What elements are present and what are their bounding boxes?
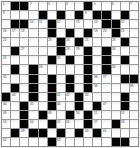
- black-cell: [11, 20, 19, 28]
- clue-number: 47: [103, 102, 106, 105]
- white-cell[interactable]: [11, 111, 19, 119]
- white-cell[interactable]: [130, 65, 138, 73]
- white-cell[interactable]: 55: [57, 120, 65, 128]
- clue-number: 24: [66, 38, 69, 41]
- white-cell[interactable]: 32: [57, 56, 65, 64]
- white-cell[interactable]: 3: [48, 2, 56, 10]
- white-cell[interactable]: 54: [29, 120, 37, 128]
- white-cell[interactable]: 4: [66, 2, 74, 10]
- black-cell: [29, 93, 37, 101]
- white-cell[interactable]: [112, 75, 120, 83]
- white-cell[interactable]: [20, 75, 28, 83]
- white-cell[interactable]: 19: [93, 29, 101, 37]
- white-cell[interactable]: 57: [93, 120, 101, 128]
- black-cell: [57, 38, 65, 46]
- white-cell[interactable]: [112, 102, 120, 110]
- black-cell: [20, 102, 28, 110]
- black-cell: [102, 47, 110, 55]
- white-cell[interactable]: 43: [84, 93, 92, 101]
- white-cell[interactable]: 17: [11, 29, 19, 37]
- clue-number: 37: [103, 75, 106, 78]
- white-cell[interactable]: [57, 111, 65, 119]
- white-cell[interactable]: [29, 47, 37, 55]
- white-cell[interactable]: 22: [2, 38, 10, 46]
- white-cell[interactable]: 58: [121, 120, 129, 128]
- black-cell: [11, 2, 19, 10]
- white-cell[interactable]: [102, 2, 110, 10]
- black-cell: [20, 120, 28, 128]
- white-cell[interactable]: [20, 11, 28, 19]
- white-cell[interactable]: 59: [20, 129, 28, 137]
- black-cell: [57, 47, 65, 55]
- white-cell[interactable]: 12: [57, 20, 65, 28]
- white-cell[interactable]: [130, 102, 138, 110]
- black-cell: [29, 129, 37, 137]
- black-cell: [2, 93, 10, 101]
- white-cell[interactable]: [130, 29, 138, 37]
- white-cell[interactable]: [121, 129, 129, 137]
- white-cell[interactable]: [20, 93, 28, 101]
- black-cell: [102, 65, 110, 73]
- clue-number: 49: [48, 111, 51, 114]
- white-cell[interactable]: [57, 65, 65, 73]
- black-cell: [84, 29, 92, 37]
- white-cell[interactable]: 63: [57, 138, 65, 146]
- white-cell[interactable]: 36: [93, 75, 101, 83]
- white-cell[interactable]: 9: [84, 11, 92, 19]
- white-cell[interactable]: [130, 111, 138, 119]
- white-cell[interactable]: 10: [29, 20, 37, 28]
- black-cell: [11, 65, 19, 73]
- white-cell[interactable]: [75, 120, 83, 128]
- white-cell[interactable]: 37: [102, 75, 110, 83]
- white-cell[interactable]: [130, 138, 138, 146]
- white-cell[interactable]: [11, 38, 19, 46]
- white-cell[interactable]: [84, 102, 92, 110]
- white-cell[interactable]: [20, 56, 28, 64]
- clue-number: 30: [112, 47, 115, 50]
- clue-number: 19: [94, 29, 97, 32]
- black-cell: [39, 111, 47, 119]
- clue-number: 1: [3, 2, 5, 5]
- white-cell[interactable]: [112, 129, 120, 137]
- white-cell[interactable]: [121, 84, 129, 92]
- black-cell: [75, 102, 83, 110]
- white-cell[interactable]: 53: [2, 120, 10, 128]
- white-cell[interactable]: [29, 111, 37, 119]
- white-cell[interactable]: [57, 29, 65, 37]
- black-cell: [39, 11, 47, 19]
- black-cell: [121, 102, 129, 110]
- white-cell[interactable]: [66, 11, 74, 19]
- white-cell[interactable]: [57, 75, 65, 83]
- black-cell: [93, 129, 101, 137]
- white-cell[interactable]: [102, 84, 110, 92]
- white-cell[interactable]: [39, 29, 47, 37]
- white-cell[interactable]: [130, 120, 138, 128]
- clue-number: 18: [21, 29, 24, 32]
- clue-number: 38: [94, 84, 97, 87]
- white-cell[interactable]: 44: [2, 102, 10, 110]
- clue-number: 54: [30, 120, 33, 123]
- black-cell: [84, 84, 92, 92]
- clue-number: 45: [30, 102, 33, 105]
- black-cell: [29, 75, 37, 83]
- black-cell: [66, 75, 74, 83]
- white-cell[interactable]: [130, 93, 138, 101]
- clue-number: 26: [112, 38, 115, 41]
- clue-number: 10: [30, 20, 33, 23]
- black-cell: [20, 20, 28, 28]
- clue-number: 7: [130, 2, 132, 5]
- white-cell[interactable]: 2: [29, 2, 37, 10]
- white-cell[interactable]: [39, 47, 47, 55]
- clue-number: 6: [112, 2, 114, 5]
- white-cell[interactable]: 51: [93, 111, 101, 119]
- white-cell[interactable]: [39, 138, 47, 146]
- white-cell[interactable]: 27: [20, 47, 28, 55]
- white-cell[interactable]: [93, 38, 101, 46]
- white-cell[interactable]: [48, 47, 56, 55]
- black-cell: [29, 65, 37, 73]
- white-cell[interactable]: [11, 102, 19, 110]
- white-cell[interactable]: 21: [121, 29, 129, 37]
- black-cell: [48, 84, 56, 92]
- black-cell: [84, 75, 92, 83]
- white-cell[interactable]: 45: [29, 102, 37, 110]
- black-cell: [57, 129, 65, 137]
- white-cell[interactable]: 49: [48, 111, 56, 119]
- black-cell: [48, 102, 56, 110]
- clue-number: 50: [76, 111, 79, 114]
- white-cell[interactable]: 11: [39, 20, 47, 28]
- black-cell: [11, 84, 19, 92]
- white-cell[interactable]: 13: [75, 20, 83, 28]
- white-cell[interactable]: 25: [84, 38, 92, 46]
- white-cell[interactable]: [29, 29, 37, 37]
- white-cell[interactable]: 23: [48, 38, 56, 46]
- clue-number: 62: [3, 138, 6, 141]
- clue-number: 63: [57, 138, 60, 141]
- clue-number: 36: [94, 75, 97, 78]
- white-cell[interactable]: [84, 138, 92, 146]
- white-cell[interactable]: 47: [102, 102, 110, 110]
- black-cell: [112, 20, 120, 28]
- white-cell[interactable]: [75, 75, 83, 83]
- black-cell: [102, 20, 110, 28]
- white-cell[interactable]: [112, 93, 120, 101]
- black-cell: [75, 38, 83, 46]
- white-cell[interactable]: 30: [112, 47, 120, 55]
- white-cell[interactable]: [93, 93, 101, 101]
- black-cell: [121, 11, 129, 19]
- white-cell[interactable]: [102, 120, 110, 128]
- clue-number: 2: [30, 2, 32, 5]
- black-cell: [48, 120, 56, 128]
- clue-number: 22: [3, 38, 6, 41]
- white-cell[interactable]: [39, 120, 47, 128]
- white-cell[interactable]: [11, 56, 19, 64]
- white-cell[interactable]: 38: [93, 84, 101, 92]
- white-cell[interactable]: [39, 56, 47, 64]
- white-cell[interactable]: [48, 129, 56, 137]
- white-cell[interactable]: 7: [130, 2, 138, 10]
- white-cell[interactable]: [75, 56, 83, 64]
- black-cell: [93, 11, 101, 19]
- white-cell[interactable]: [130, 11, 138, 19]
- white-cell[interactable]: [66, 102, 74, 110]
- white-cell[interactable]: [93, 138, 101, 146]
- white-cell[interactable]: 42: [66, 93, 74, 101]
- clue-number: 14: [94, 20, 97, 23]
- white-cell[interactable]: 24: [66, 38, 74, 46]
- white-cell[interactable]: [2, 84, 10, 92]
- white-cell[interactable]: [75, 2, 83, 10]
- black-cell: [66, 111, 74, 119]
- black-cell: [11, 47, 19, 55]
- clue-number: 55: [57, 120, 60, 123]
- crossword-grid: 1234567891011121314151617181920212223242…: [1, 1, 139, 147]
- white-cell[interactable]: [57, 2, 65, 10]
- clue-number: 56: [66, 120, 69, 123]
- clue-number: 20: [103, 29, 106, 32]
- clue-number: 48: [3, 111, 6, 114]
- white-cell[interactable]: [102, 93, 110, 101]
- white-cell[interactable]: [93, 47, 101, 55]
- white-cell[interactable]: [66, 20, 74, 28]
- white-cell[interactable]: 28: [66, 47, 74, 55]
- clue-number: 35: [3, 75, 6, 78]
- white-cell[interactable]: [130, 38, 138, 46]
- clue-number: 46: [57, 102, 60, 105]
- white-cell[interactable]: 5: [93, 2, 101, 10]
- white-cell[interactable]: [20, 38, 28, 46]
- white-cell[interactable]: [39, 75, 47, 83]
- white-cell[interactable]: [2, 47, 10, 55]
- clue-number: 31: [3, 56, 6, 59]
- white-cell[interactable]: 1: [2, 2, 10, 10]
- black-cell: [121, 138, 129, 146]
- white-cell[interactable]: [130, 56, 138, 64]
- white-cell[interactable]: 52: [121, 111, 129, 119]
- white-cell[interactable]: [75, 138, 83, 146]
- white-cell[interactable]: [130, 20, 138, 28]
- white-cell[interactable]: [75, 29, 83, 37]
- clue-number: 52: [121, 111, 124, 114]
- black-cell: [84, 65, 92, 73]
- white-cell[interactable]: 56: [66, 120, 74, 128]
- black-cell: [121, 93, 129, 101]
- white-cell[interactable]: [39, 38, 47, 46]
- white-cell[interactable]: 14: [93, 20, 101, 28]
- clue-number: 21: [121, 29, 124, 32]
- white-cell[interactable]: 40: [11, 93, 19, 101]
- clue-number: 13: [76, 20, 79, 23]
- white-cell[interactable]: [130, 129, 138, 137]
- white-cell[interactable]: [130, 47, 138, 55]
- white-cell[interactable]: 62: [2, 138, 10, 146]
- clue-number: 3: [48, 2, 50, 5]
- white-cell[interactable]: [121, 65, 129, 73]
- white-cell[interactable]: [29, 138, 37, 146]
- black-cell: [29, 84, 37, 92]
- clue-number: 42: [66, 93, 69, 96]
- clue-number: 17: [12, 29, 15, 32]
- white-cell[interactable]: [112, 111, 120, 119]
- white-cell[interactable]: [121, 2, 129, 10]
- white-cell[interactable]: 35: [2, 75, 10, 83]
- clue-number: 34: [112, 65, 115, 68]
- clue-number: 9: [85, 11, 87, 14]
- clue-number: 8: [3, 11, 5, 14]
- white-cell[interactable]: [11, 120, 19, 128]
- black-cell: [130, 75, 138, 83]
- black-cell: [84, 47, 92, 55]
- black-cell: [121, 75, 129, 83]
- black-cell: [84, 120, 92, 128]
- clue-number: 39: [130, 84, 133, 87]
- white-cell[interactable]: [93, 56, 101, 64]
- white-cell[interactable]: 8: [2, 11, 10, 19]
- black-cell: [66, 29, 74, 37]
- white-cell[interactable]: [112, 56, 120, 64]
- white-cell[interactable]: [102, 138, 110, 146]
- white-cell[interactable]: [112, 11, 120, 19]
- white-cell[interactable]: [39, 2, 47, 10]
- white-cell[interactable]: 16: [2, 29, 10, 37]
- white-cell[interactable]: 41: [57, 93, 65, 101]
- clue-number: 58: [121, 120, 124, 123]
- clue-number: 28: [66, 47, 69, 50]
- black-cell: [48, 29, 56, 37]
- white-cell[interactable]: 15: [121, 20, 129, 28]
- clue-number: 4: [66, 2, 68, 5]
- clue-number: 60: [85, 129, 88, 132]
- white-cell[interactable]: 50: [75, 111, 83, 119]
- white-cell[interactable]: [57, 84, 65, 92]
- clue-number: 53: [3, 120, 6, 123]
- black-cell: [48, 93, 56, 101]
- white-cell[interactable]: [29, 38, 37, 46]
- black-cell: [57, 11, 65, 19]
- white-cell[interactable]: [39, 102, 47, 110]
- white-cell[interactable]: 29: [75, 47, 83, 55]
- black-cell: [48, 75, 56, 83]
- white-cell[interactable]: [48, 11, 56, 19]
- black-cell: [66, 84, 74, 92]
- white-cell[interactable]: [20, 84, 28, 92]
- clue-number: 16: [3, 29, 6, 32]
- black-cell: [102, 56, 110, 64]
- clue-number: 43: [85, 93, 88, 96]
- white-cell[interactable]: [75, 84, 83, 92]
- black-cell: [11, 129, 19, 137]
- clue-number: 29: [76, 47, 79, 50]
- white-cell[interactable]: [11, 75, 19, 83]
- white-cell[interactable]: [102, 111, 110, 119]
- white-cell[interactable]: [75, 65, 83, 73]
- white-cell[interactable]: [11, 11, 19, 19]
- white-cell[interactable]: 6: [112, 2, 120, 10]
- black-cell: [39, 129, 47, 137]
- black-cell: [75, 11, 83, 19]
- white-cell[interactable]: [102, 38, 110, 46]
- black-cell: [48, 56, 56, 64]
- white-cell[interactable]: [121, 47, 129, 55]
- clue-number: 32: [57, 56, 60, 59]
- white-cell[interactable]: 20: [102, 29, 110, 37]
- clue-number: 5: [94, 2, 96, 5]
- white-cell[interactable]: 34: [112, 65, 120, 73]
- black-cell: [93, 102, 101, 110]
- white-cell[interactable]: 60: [84, 129, 92, 137]
- clue-number: 25: [85, 38, 88, 41]
- black-cell: [112, 120, 120, 128]
- clue-number: 61: [103, 129, 106, 132]
- white-cell[interactable]: [2, 129, 10, 137]
- clue-number: 40: [12, 93, 15, 96]
- white-cell[interactable]: 39: [130, 84, 138, 92]
- black-cell: [84, 2, 92, 10]
- white-cell[interactable]: [84, 20, 92, 28]
- black-cell: [20, 111, 28, 119]
- white-cell[interactable]: [66, 65, 74, 73]
- clue-number: 59: [21, 129, 24, 132]
- white-cell[interactable]: [66, 138, 74, 146]
- black-cell: [75, 93, 83, 101]
- white-cell[interactable]: [20, 65, 28, 73]
- black-cell: [121, 38, 129, 46]
- white-cell[interactable]: [112, 84, 120, 92]
- clue-number: 27: [21, 47, 24, 50]
- white-cell[interactable]: [48, 65, 56, 73]
- white-cell[interactable]: [2, 20, 10, 28]
- white-cell[interactable]: [2, 65, 10, 73]
- white-cell[interactable]: [11, 138, 19, 146]
- black-cell: [102, 11, 110, 19]
- clue-number: 12: [57, 20, 60, 23]
- white-cell[interactable]: 18: [20, 29, 28, 37]
- white-cell[interactable]: 33: [39, 65, 47, 73]
- black-cell: [20, 2, 28, 10]
- clue-number: 23: [48, 38, 51, 41]
- white-cell[interactable]: [20, 138, 28, 146]
- black-cell: [84, 56, 92, 64]
- clue-number: 57: [94, 120, 97, 123]
- black-cell: [112, 138, 120, 146]
- black-cell: [48, 138, 56, 146]
- white-cell[interactable]: 61: [102, 129, 110, 137]
- clue-number: 44: [3, 102, 6, 105]
- white-cell[interactable]: 31: [2, 56, 10, 64]
- white-cell[interactable]: [29, 56, 37, 64]
- white-cell[interactable]: 48: [2, 111, 10, 119]
- white-cell[interactable]: [93, 65, 101, 73]
- black-cell: [121, 56, 129, 64]
- clue-number: 15: [121, 20, 124, 23]
- black-cell: [66, 56, 74, 64]
- white-cell[interactable]: [29, 11, 37, 19]
- clue-number: 33: [39, 65, 42, 68]
- black-cell: [112, 29, 120, 37]
- white-cell[interactable]: [39, 84, 47, 92]
- white-cell[interactable]: 46: [57, 102, 65, 110]
- white-cell[interactable]: 26: [112, 38, 120, 46]
- crossword-board: 1234567891011121314151617181920212223242…: [0, 0, 140, 148]
- white-cell[interactable]: [39, 93, 47, 101]
- black-cell: [48, 20, 56, 28]
- white-cell[interactable]: [66, 129, 74, 137]
